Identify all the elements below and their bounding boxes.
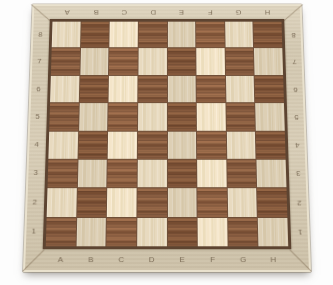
square-h8 [254,22,283,48]
chess-board: ABCDEFGH ABCDEFGH 87654321 87654321 [23,4,311,272]
square-h4 [256,131,285,158]
square-g5 [226,103,255,130]
square-e8 [167,22,195,48]
rank-label-5: 5 [290,103,303,131]
square-f6 [197,76,226,103]
squares-grid [46,22,288,247]
miter-joint-bottom-right [290,250,312,272]
playing-field [43,19,292,249]
rank-label-5: 5 [31,103,44,131]
file-labels-top: ABCDEFGH [53,7,282,18]
file-label-d: D [137,252,167,268]
rank-label-8: 8 [34,22,47,49]
square-a4 [48,131,77,158]
square-g7 [225,48,254,74]
file-label-a: A [45,252,76,268]
file-label-f: F [196,7,225,18]
square-c2 [107,188,136,216]
square-c3 [108,160,137,188]
square-f5 [197,103,226,130]
photo-background: ABCDEFGH ABCDEFGH 87654321 87654321 [0,0,333,285]
square-c5 [108,103,137,130]
square-f2 [197,188,226,216]
square-e4 [167,131,196,158]
square-b6 [79,76,108,103]
square-b8 [81,22,109,48]
square-f7 [196,48,224,74]
square-d4 [138,131,167,158]
square-a8 [52,22,81,48]
file-label-e: E [167,252,197,268]
rank-label-4: 4 [291,131,305,159]
miter-joint-bottom-left [22,250,44,272]
rank-label-2: 2 [28,188,42,217]
square-d5 [138,103,167,130]
file-label-e: E [167,7,196,18]
square-a2 [47,188,77,216]
file-label-b: B [76,252,107,268]
square-h7 [254,48,283,74]
square-d1 [137,218,166,247]
square-f3 [197,160,226,188]
square-d3 [137,160,166,188]
square-a6 [50,76,79,103]
square-d7 [138,48,166,74]
file-label-f: F [197,252,228,268]
square-d8 [139,22,167,48]
square-e2 [167,188,196,216]
file-label-d: D [138,7,167,18]
square-f8 [196,22,224,48]
rank-label-6: 6 [32,75,45,102]
square-g3 [227,160,256,188]
square-c7 [109,48,137,74]
square-e5 [167,103,196,130]
rank-label-3: 3 [291,159,305,188]
rank-label-7: 7 [33,48,46,75]
square-d2 [137,188,166,216]
square-b2 [77,188,107,216]
square-c1 [107,218,137,247]
file-label-b: B [81,7,110,18]
square-b7 [80,48,109,74]
rank-label-6: 6 [289,75,302,102]
file-label-c: C [106,252,137,268]
rank-label-7: 7 [288,48,301,75]
square-a3 [48,160,78,188]
miter-joint-top-right [282,4,303,22]
square-e6 [167,76,195,103]
square-b1 [76,218,106,247]
board-perspective-wrap: ABCDEFGH ABCDEFGH 87654321 87654321 [23,4,311,272]
square-f1 [198,218,228,247]
file-label-h: H [258,252,289,268]
square-f4 [197,131,226,158]
square-c4 [108,131,137,158]
square-g6 [226,76,255,103]
file-label-c: C [110,7,139,18]
square-h5 [256,103,285,130]
square-h6 [255,76,284,103]
square-h1 [258,218,288,247]
file-label-a: A [53,7,82,18]
file-label-g: G [228,252,259,268]
file-labels-bottom: ABCDEFGH [45,252,289,268]
square-a1 [46,218,76,247]
rank-label-3: 3 [29,159,43,188]
square-d6 [138,76,166,103]
square-e7 [167,48,195,74]
rank-label-2: 2 [292,188,306,217]
file-label-g: G [224,7,253,18]
square-b3 [78,160,107,188]
square-c6 [109,76,138,103]
square-b5 [79,103,108,130]
square-h2 [257,188,287,216]
square-c8 [110,22,138,48]
square-a7 [51,48,80,74]
square-a5 [49,103,78,130]
square-g8 [225,22,253,48]
square-e1 [167,218,196,247]
square-e3 [167,160,196,188]
rank-label-8: 8 [287,22,300,49]
square-g4 [227,131,256,158]
square-g1 [228,218,258,247]
square-b4 [78,131,107,158]
rank-label-4: 4 [30,131,44,159]
rank-label-1: 1 [27,217,41,247]
file-label-h: H [253,7,282,18]
square-h3 [257,160,287,188]
square-g2 [227,188,257,216]
rank-label-1: 1 [293,217,307,247]
